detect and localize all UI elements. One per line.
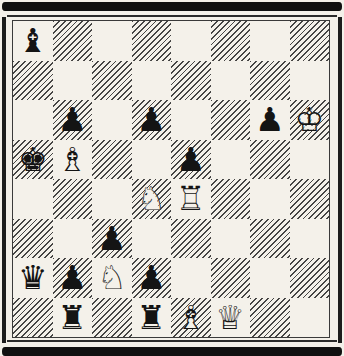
chess-diagram-page: ♝♟♟♟♚♔♚♝♗♟♞♘♜♖♟♛♟♞♘♟♜♜♝♗♛♕: [0, 0, 344, 356]
square-b7[interactable]: [53, 61, 93, 101]
square-g6[interactable]: ♟: [250, 100, 290, 140]
white-rook-e4: ♜♖: [171, 179, 211, 219]
square-f2[interactable]: [211, 258, 251, 298]
square-d7[interactable]: [132, 61, 172, 101]
square-b1[interactable]: ♜: [53, 298, 93, 338]
bottom-frame-rule: [7, 340, 337, 342]
square-e6[interactable]: [171, 100, 211, 140]
square-d2[interactable]: ♟: [132, 258, 172, 298]
square-c7[interactable]: [92, 61, 132, 101]
square-a2[interactable]: ♛: [13, 258, 53, 298]
square-d4[interactable]: ♞♘: [132, 179, 172, 219]
square-h4[interactable]: [290, 179, 330, 219]
white-bishop-e1: ♝♗: [171, 298, 211, 338]
square-e8[interactable]: [171, 21, 211, 61]
square-f6[interactable]: [211, 100, 251, 140]
square-b5[interactable]: ♝♗: [53, 140, 93, 180]
square-c4[interactable]: [92, 179, 132, 219]
square-b4[interactable]: [53, 179, 93, 219]
square-h7[interactable]: [290, 61, 330, 101]
square-a8[interactable]: ♝: [13, 21, 53, 61]
square-g4[interactable]: [250, 179, 290, 219]
square-h3[interactable]: [290, 219, 330, 259]
square-h8[interactable]: [290, 21, 330, 61]
square-a6[interactable]: [13, 100, 53, 140]
square-g7[interactable]: [250, 61, 290, 101]
square-a5[interactable]: ♚: [13, 140, 53, 180]
black-rook-d1: ♜: [132, 298, 172, 338]
square-h5[interactable]: [290, 140, 330, 180]
black-pawn-e5: ♟: [171, 140, 211, 180]
square-e5[interactable]: ♟: [171, 140, 211, 180]
square-e4[interactable]: ♜♖: [171, 179, 211, 219]
square-g2[interactable]: [250, 258, 290, 298]
square-h6[interactable]: ♚♔: [290, 100, 330, 140]
square-f4[interactable]: [211, 179, 251, 219]
square-g3[interactable]: [250, 219, 290, 259]
square-c5[interactable]: [92, 140, 132, 180]
square-d1[interactable]: ♜: [132, 298, 172, 338]
bottom-border-bar: [2, 347, 342, 356]
black-pawn-g6: ♟: [250, 100, 290, 140]
square-b2[interactable]: ♟: [53, 258, 93, 298]
square-h2[interactable]: [290, 258, 330, 298]
square-a4[interactable]: [13, 179, 53, 219]
square-f5[interactable]: [211, 140, 251, 180]
square-a1[interactable]: [13, 298, 53, 338]
square-c8[interactable]: [92, 21, 132, 61]
square-g1[interactable]: [250, 298, 290, 338]
square-c6[interactable]: [92, 100, 132, 140]
black-pawn-d2: ♟: [132, 258, 172, 298]
white-queen-f1: ♛♕: [211, 298, 251, 338]
white-knight-d4: ♞♘: [132, 179, 172, 219]
square-b8[interactable]: [53, 21, 93, 61]
square-h1[interactable]: [290, 298, 330, 338]
square-d3[interactable]: [132, 219, 172, 259]
black-pawn-d6: ♟: [132, 100, 172, 140]
square-g8[interactable]: [250, 21, 290, 61]
black-bishop-a8: ♝: [13, 21, 53, 61]
square-b6[interactable]: ♟: [53, 100, 93, 140]
square-d6[interactable]: ♟: [132, 100, 172, 140]
square-b3[interactable]: [53, 219, 93, 259]
white-bishop-b5: ♝♗: [53, 140, 93, 180]
top-border-bar: [2, 2, 342, 11]
square-f8[interactable]: [211, 21, 251, 61]
top-frame-rule: [7, 15, 337, 17]
square-a3[interactable]: [13, 219, 53, 259]
right-frame-edge: [338, 17, 342, 343]
square-f3[interactable]: [211, 219, 251, 259]
black-pawn-c3: ♟: [92, 219, 132, 259]
left-frame-edge: [2, 17, 6, 343]
square-d5[interactable]: [132, 140, 172, 180]
black-queen-a2: ♛: [13, 258, 53, 298]
square-g5[interactable]: [250, 140, 290, 180]
white-king-h6: ♚♔: [290, 100, 330, 140]
black-pawn-b6: ♟: [53, 100, 93, 140]
black-rook-b1: ♜: [53, 298, 93, 338]
square-a7[interactable]: [13, 61, 53, 101]
square-d8[interactable]: [132, 21, 172, 61]
square-c3[interactable]: ♟: [92, 219, 132, 259]
white-knight-c2: ♞♘: [92, 258, 132, 298]
square-e2[interactable]: [171, 258, 211, 298]
square-e1[interactable]: ♝♗: [171, 298, 211, 338]
black-king-a5: ♚: [13, 140, 53, 180]
square-e3[interactable]: [171, 219, 211, 259]
square-c2[interactable]: ♞♘: [92, 258, 132, 298]
square-f1[interactable]: ♛♕: [211, 298, 251, 338]
chess-board: ♝♟♟♟♚♔♚♝♗♟♞♘♜♖♟♛♟♞♘♟♜♜♝♗♛♕: [12, 20, 330, 338]
square-f7[interactable]: [211, 61, 251, 101]
black-pawn-b2: ♟: [53, 258, 93, 298]
square-c1[interactable]: [92, 298, 132, 338]
square-e7[interactable]: [171, 61, 211, 101]
